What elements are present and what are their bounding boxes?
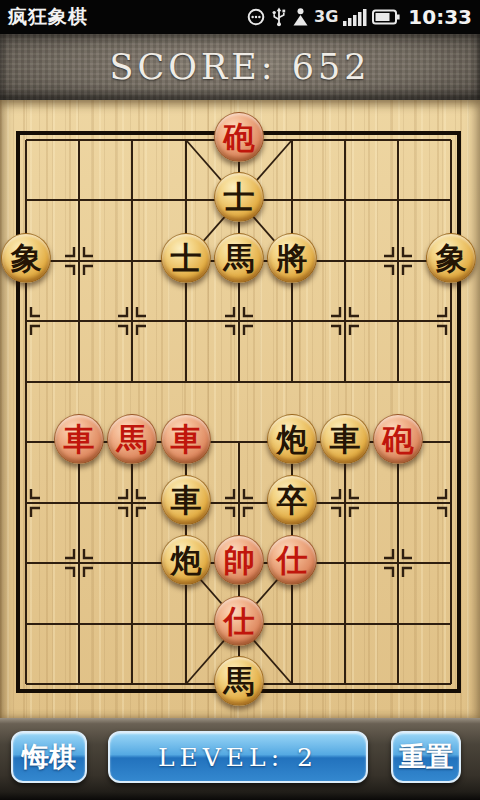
reset-button[interactable]: 重置: [391, 731, 461, 783]
app-title: 疯狂象棋: [8, 4, 88, 30]
piece-black-chariot[interactable]: 車: [320, 414, 370, 464]
piece-red-chariot[interactable]: 車: [54, 414, 104, 464]
piece-black-general[interactable]: 將: [267, 233, 317, 283]
notification-circle-icon: [246, 7, 266, 27]
score-banner: SCORE: 652: [0, 34, 480, 100]
piece-black-chariot[interactable]: 車: [161, 475, 211, 525]
signal-icon: [343, 8, 367, 26]
score-text: SCORE: 652: [109, 47, 370, 87]
clock: 10:33: [408, 5, 472, 29]
status-bar: 疯狂象棋 3G: [0, 0, 480, 34]
piece-black-elephant[interactable]: 象: [1, 233, 51, 283]
piece-red-cannon[interactable]: 砲: [373, 414, 423, 464]
piece-red-advisor[interactable]: 仕: [214, 596, 264, 646]
status-icons: 3G 10:33: [246, 5, 472, 29]
piece-red-advisor[interactable]: 仕: [267, 535, 317, 585]
piece-black-elephant[interactable]: 象: [426, 233, 476, 283]
piece-red-chariot[interactable]: 車: [161, 414, 211, 464]
battery-icon: [372, 9, 400, 25]
piece-black-horse[interactable]: 馬: [214, 233, 264, 283]
piece-black-soldier[interactable]: 卒: [267, 475, 317, 525]
piece-red-horse[interactable]: 馬: [107, 414, 157, 464]
level-button[interactable]: LEVEL: 2: [108, 731, 368, 783]
undo-button[interactable]: 悔棋: [11, 731, 87, 783]
network-label: 3G: [314, 9, 338, 25]
piece-black-cannon[interactable]: 炮: [267, 414, 317, 464]
usb-icon: [271, 7, 287, 27]
person-icon: [292, 7, 309, 27]
piece-black-advisor[interactable]: 士: [214, 172, 264, 222]
xiangqi-board[interactable]: 砲士象士馬將象車馬車炮車砲車卒炮帥仕仕馬: [0, 100, 480, 718]
app-screen: 疯狂象棋 3G: [0, 0, 480, 800]
piece-black-advisor[interactable]: 士: [161, 233, 211, 283]
piece-black-cannon[interactable]: 炮: [161, 535, 211, 585]
piece-red-general[interactable]: 帥: [214, 535, 264, 585]
bottom-bar: 悔棋 LEVEL: 2 重置: [0, 718, 480, 800]
piece-black-horse[interactable]: 馬: [214, 656, 264, 706]
piece-red-cannon[interactable]: 砲: [214, 112, 264, 162]
